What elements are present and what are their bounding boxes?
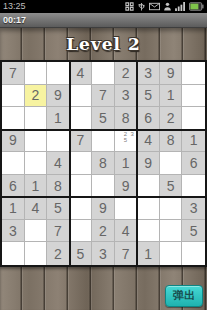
cell-r9c2[interactable] <box>25 242 48 265</box>
cell-r2c4[interactable] <box>70 85 93 108</box>
cell-r8c3[interactable]: 7 <box>47 220 70 243</box>
cell-r9c8[interactable] <box>160 242 183 265</box>
cell-r6c6[interactable]: 9 <box>115 175 138 198</box>
cell-r4c7[interactable]: 4 <box>137 130 160 153</box>
cell-r3c4[interactable] <box>70 107 93 130</box>
cell-r8c2[interactable] <box>25 220 48 243</box>
phone-screen: 13:25 00:17 Level 2 74239297351158629723… <box>0 0 207 310</box>
cell-r1c1[interactable]: 7 <box>2 62 25 85</box>
cell-r6c4[interactable] <box>70 175 93 198</box>
battery-icon <box>189 2 204 11</box>
cell-r3c3[interactable]: 1 <box>47 107 70 130</box>
signal-icon <box>175 2 186 11</box>
cell-r9c9[interactable] <box>182 242 205 265</box>
cell-r5c1[interactable] <box>2 152 25 175</box>
cell-r4c5[interactable] <box>92 130 115 153</box>
cell-r6c5[interactable] <box>92 175 115 198</box>
status-icons <box>125 2 204 11</box>
usb-icon <box>137 2 146 11</box>
contact-icon <box>163 2 172 11</box>
cell-r1c2[interactable] <box>25 62 48 85</box>
cell-r7c5[interactable]: 9 <box>92 197 115 220</box>
cell-r7c2[interactable]: 4 <box>25 197 48 220</box>
cell-r9c7[interactable]: 1 <box>137 242 160 265</box>
elapsed-time: 00:17 <box>0 13 207 27</box>
cell-r7c7[interactable] <box>137 197 160 220</box>
sudoku-board: 7423929735115862972354814819661895145933… <box>0 60 207 267</box>
cell-r5c5[interactable]: 8 <box>92 152 115 175</box>
cell-r5c8[interactable] <box>160 152 183 175</box>
cell-r7c1[interactable]: 1 <box>2 197 25 220</box>
status-bar: 13:25 <box>0 0 207 13</box>
cell-r9c5[interactable]: 3 <box>92 242 115 265</box>
header-wood-band: Level 2 <box>0 28 207 60</box>
cell-r7c9[interactable]: 3 <box>182 197 205 220</box>
cell-r8c7[interactable] <box>137 220 160 243</box>
cell-r4c3[interactable] <box>47 130 70 153</box>
cell-r8c9[interactable]: 5 <box>182 220 205 243</box>
cell-r6c1[interactable]: 6 <box>2 175 25 198</box>
cell-r2c6[interactable]: 3 <box>115 85 138 108</box>
cell-r5c9[interactable]: 6 <box>182 152 205 175</box>
cell-r7c3[interactable]: 5 <box>47 197 70 220</box>
cell-r2c9[interactable] <box>182 85 205 108</box>
level-title: Level 2 <box>66 34 141 54</box>
cell-r1c9[interactable] <box>182 62 205 85</box>
cell-r2c3[interactable]: 9 <box>47 85 70 108</box>
cell-r8c4[interactable] <box>70 220 93 243</box>
clock-text: 13:25 <box>3 0 26 13</box>
cell-r1c7[interactable]: 3 <box>137 62 160 85</box>
cell-r2c7[interactable]: 5 <box>137 85 160 108</box>
timer-bar: 00:17 <box>0 13 207 28</box>
cell-r7c4[interactable] <box>70 197 93 220</box>
cell-r1c6[interactable]: 2 <box>115 62 138 85</box>
pencil-marks: 235 <box>115 130 137 152</box>
cell-r6c8[interactable]: 5 <box>160 175 183 198</box>
cell-r5c4[interactable] <box>70 152 93 175</box>
cell-r5c6[interactable]: 1 <box>115 152 138 175</box>
cell-r9c3[interactable]: 2 <box>47 242 70 265</box>
cell-r4c9[interactable]: 1 <box>182 130 205 153</box>
cell-r3c8[interactable]: 2 <box>160 107 183 130</box>
app-grid-icon <box>125 2 134 11</box>
cell-r8c8[interactable] <box>160 220 183 243</box>
cell-r6c2[interactable]: 1 <box>25 175 48 198</box>
cell-r1c3[interactable] <box>47 62 70 85</box>
cell-r7c8[interactable] <box>160 197 183 220</box>
cell-r9c1[interactable] <box>2 242 25 265</box>
cell-r4c2[interactable] <box>25 130 48 153</box>
cell-r8c6[interactable]: 4 <box>115 220 138 243</box>
cell-r9c6[interactable]: 7 <box>115 242 138 265</box>
cell-r1c8[interactable]: 9 <box>160 62 183 85</box>
cell-r4c4[interactable]: 7 <box>70 130 93 153</box>
message-icon <box>149 2 160 11</box>
cell-r6c7[interactable] <box>137 175 160 198</box>
cell-r9c4[interactable]: 5 <box>70 242 93 265</box>
cell-r3c1[interactable] <box>2 107 25 130</box>
footer-wood-band: 弹出 <box>0 267 207 310</box>
cell-r2c8[interactable]: 1 <box>160 85 183 108</box>
cell-r3c2[interactable] <box>25 107 48 130</box>
cell-r3c9[interactable] <box>182 107 205 130</box>
cell-r8c5[interactable]: 2 <box>92 220 115 243</box>
cell-r6c3[interactable]: 8 <box>47 175 70 198</box>
cell-r1c5[interactable] <box>92 62 115 85</box>
cell-r6c9[interactable] <box>182 175 205 198</box>
cell-r4c6[interactable]: 235 <box>115 130 138 153</box>
cell-r5c7[interactable]: 9 <box>137 152 160 175</box>
cell-r5c3[interactable]: 4 <box>47 152 70 175</box>
cell-r8c1[interactable]: 3 <box>2 220 25 243</box>
cell-r3c5[interactable]: 5 <box>92 107 115 130</box>
cell-r3c7[interactable]: 6 <box>137 107 160 130</box>
popup-button[interactable]: 弹出 <box>165 285 203 307</box>
cell-r2c1[interactable] <box>2 85 25 108</box>
cell-r2c2[interactable]: 2 <box>25 85 48 108</box>
cell-r1c4[interactable]: 4 <box>70 62 93 85</box>
cell-r2c5[interactable]: 7 <box>92 85 115 108</box>
cell-r4c8[interactable]: 8 <box>160 130 183 153</box>
cell-r3c6[interactable]: 8 <box>115 107 138 130</box>
cell-r4c1[interactable]: 9 <box>2 130 25 153</box>
cell-r7c6[interactable] <box>115 197 138 220</box>
cell-r5c2[interactable] <box>25 152 48 175</box>
